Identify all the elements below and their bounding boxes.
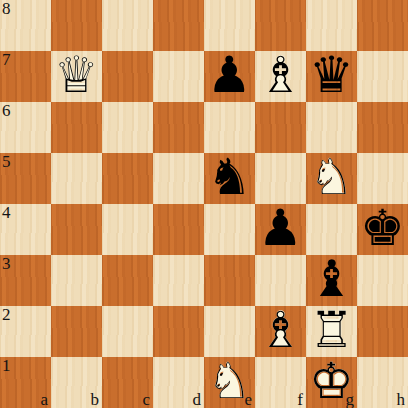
- square-b8[interactable]: [51, 0, 102, 51]
- square-h3[interactable]: [357, 255, 408, 306]
- file-label-f: f: [297, 390, 303, 408]
- white-king-outline: ♔: [309, 357, 354, 406]
- white-bishop-outline: ♗: [258, 306, 303, 355]
- rank-label-4: 4: [2, 204, 11, 223]
- square-f8[interactable]: [255, 0, 306, 51]
- square-g3[interactable]: ♝: [306, 255, 357, 306]
- square-b2[interactable]: [51, 306, 102, 357]
- square-g1[interactable]: g♚♔: [306, 357, 357, 408]
- black-knight-glyph: ♞: [207, 153, 252, 202]
- square-c4[interactable]: [102, 204, 153, 255]
- square-f7[interactable]: ♝♗: [255, 51, 306, 102]
- chess-board: 87♛♕♟♝♗♛65♞♞♘4♟♚3♝2♝♗♜♖1abcde♞♘fg♚♔h: [0, 0, 408, 408]
- white-knight[interactable]: ♞♘: [204, 357, 255, 408]
- square-f3[interactable]: [255, 255, 306, 306]
- square-c8[interactable]: [102, 0, 153, 51]
- square-e4[interactable]: [204, 204, 255, 255]
- square-h6[interactable]: [357, 102, 408, 153]
- file-label-h: h: [397, 390, 406, 408]
- square-d5[interactable]: [153, 153, 204, 204]
- square-f4[interactable]: ♟: [255, 204, 306, 255]
- rank-label-8: 8: [2, 0, 11, 19]
- square-d4[interactable]: [153, 204, 204, 255]
- file-label-b: b: [91, 390, 100, 408]
- rank-label-5: 5: [2, 153, 11, 172]
- square-a4[interactable]: 4: [0, 204, 51, 255]
- square-g2[interactable]: ♜♖: [306, 306, 357, 357]
- square-e6[interactable]: [204, 102, 255, 153]
- file-label-c: c: [142, 390, 150, 408]
- square-g7[interactable]: ♛: [306, 51, 357, 102]
- black-queen-glyph: ♛: [309, 51, 354, 100]
- square-b6[interactable]: [51, 102, 102, 153]
- square-f2[interactable]: ♝♗: [255, 306, 306, 357]
- black-bishop-glyph: ♝: [309, 255, 354, 304]
- square-h8[interactable]: [357, 0, 408, 51]
- rank-label-1: 1: [2, 357, 11, 376]
- black-pawn-glyph: ♟: [207, 51, 252, 100]
- black-king-glyph: ♚: [360, 204, 405, 253]
- square-a8[interactable]: 8: [0, 0, 51, 51]
- white-knight-outline: ♘: [309, 153, 354, 202]
- white-queen[interactable]: ♛♕: [51, 51, 102, 102]
- white-bishop[interactable]: ♝♗: [255, 51, 306, 102]
- square-b4[interactable]: [51, 204, 102, 255]
- square-h1[interactable]: h: [357, 357, 408, 408]
- black-queen[interactable]: ♛: [306, 51, 357, 102]
- square-h2[interactable]: [357, 306, 408, 357]
- file-label-d: d: [193, 390, 202, 408]
- square-c5[interactable]: [102, 153, 153, 204]
- square-e2[interactable]: [204, 306, 255, 357]
- square-e1[interactable]: e♞♘: [204, 357, 255, 408]
- square-d6[interactable]: [153, 102, 204, 153]
- white-bishop[interactable]: ♝♗: [255, 306, 306, 357]
- square-a3[interactable]: 3: [0, 255, 51, 306]
- square-b1[interactable]: b: [51, 357, 102, 408]
- square-g8[interactable]: [306, 0, 357, 51]
- square-c1[interactable]: c: [102, 357, 153, 408]
- white-bishop-outline: ♗: [258, 51, 303, 100]
- square-d3[interactable]: [153, 255, 204, 306]
- square-a7[interactable]: 7: [0, 51, 51, 102]
- square-a1[interactable]: 1a: [0, 357, 51, 408]
- square-h5[interactable]: [357, 153, 408, 204]
- white-queen-outline: ♕: [54, 51, 99, 100]
- square-f5[interactable]: [255, 153, 306, 204]
- square-e5[interactable]: ♞: [204, 153, 255, 204]
- square-d7[interactable]: [153, 51, 204, 102]
- square-c6[interactable]: [102, 102, 153, 153]
- square-b7[interactable]: ♛♕: [51, 51, 102, 102]
- square-d8[interactable]: [153, 0, 204, 51]
- rank-label-6: 6: [2, 102, 11, 121]
- square-e8[interactable]: [204, 0, 255, 51]
- black-knight[interactable]: ♞: [204, 153, 255, 204]
- square-e3[interactable]: [204, 255, 255, 306]
- black-pawn-glyph: ♟: [258, 204, 303, 253]
- file-label-a: a: [40, 390, 48, 408]
- white-king[interactable]: ♚♔: [306, 357, 357, 408]
- black-pawn[interactable]: ♟: [255, 204, 306, 255]
- square-d1[interactable]: d: [153, 357, 204, 408]
- white-rook[interactable]: ♜♖: [306, 306, 357, 357]
- white-rook-outline: ♖: [309, 306, 354, 355]
- white-knight-outline: ♘: [207, 357, 252, 406]
- rank-label-7: 7: [2, 51, 11, 70]
- square-c2[interactable]: [102, 306, 153, 357]
- rank-label-3: 3: [2, 255, 11, 274]
- square-a2[interactable]: 2: [0, 306, 51, 357]
- black-pawn[interactable]: ♟: [204, 51, 255, 102]
- square-f1[interactable]: f: [255, 357, 306, 408]
- rank-label-2: 2: [2, 306, 11, 325]
- square-g4[interactable]: [306, 204, 357, 255]
- white-knight[interactable]: ♞♘: [306, 153, 357, 204]
- black-bishop[interactable]: ♝: [306, 255, 357, 306]
- square-b3[interactable]: [51, 255, 102, 306]
- square-a5[interactable]: 5: [0, 153, 51, 204]
- square-b5[interactable]: [51, 153, 102, 204]
- square-g6[interactable]: [306, 102, 357, 153]
- square-f6[interactable]: [255, 102, 306, 153]
- square-d2[interactable]: [153, 306, 204, 357]
- square-c3[interactable]: [102, 255, 153, 306]
- square-a6[interactable]: 6: [0, 102, 51, 153]
- square-g5[interactable]: ♞♘: [306, 153, 357, 204]
- black-king[interactable]: ♚: [357, 204, 408, 255]
- square-h4[interactable]: ♚: [357, 204, 408, 255]
- square-c7[interactable]: [102, 51, 153, 102]
- square-h7[interactable]: [357, 51, 408, 102]
- square-e7[interactable]: ♟: [204, 51, 255, 102]
